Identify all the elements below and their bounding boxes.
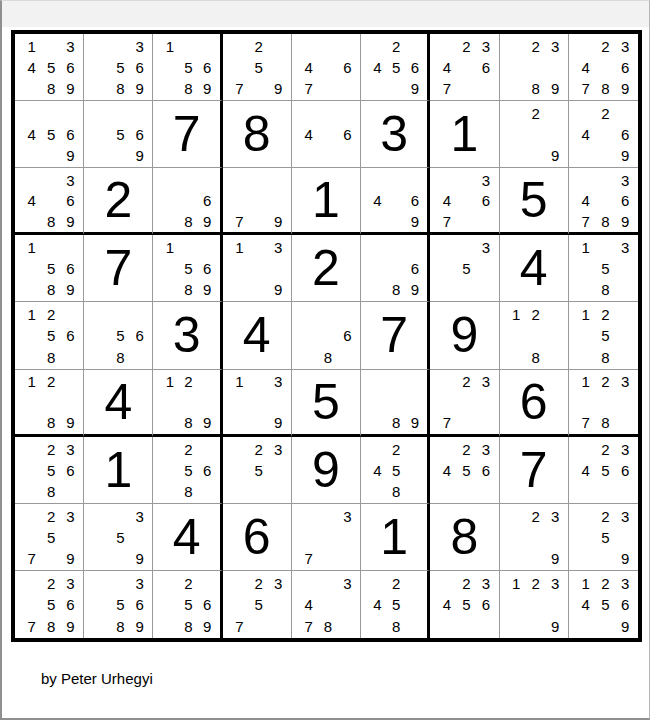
cell-r9c5[interactable]: 3478 bbox=[292, 571, 361, 638]
candidate-7 bbox=[437, 279, 456, 300]
candidate-8 bbox=[249, 412, 268, 432]
cell-r8c2[interactable]: 359 bbox=[84, 504, 153, 571]
candidate-9: 9 bbox=[406, 412, 425, 432]
candidate-5 bbox=[526, 57, 545, 78]
solved-digit: 3 bbox=[153, 302, 219, 368]
candidate-6 bbox=[268, 594, 287, 615]
cell-r7c1[interactable]: 23568 bbox=[15, 437, 84, 504]
candidate-7: 7 bbox=[437, 211, 456, 231]
candidate-5: 5 bbox=[457, 594, 476, 615]
solved-digit: 4 bbox=[500, 235, 568, 301]
candidate-3: 3 bbox=[61, 170, 80, 190]
candidate-6 bbox=[615, 258, 635, 279]
cell-r3c6[interactable]: 469 bbox=[361, 168, 430, 235]
candidate-1 bbox=[22, 506, 41, 527]
candidate-5: 5 bbox=[179, 460, 198, 481]
candidate-4: 4 bbox=[22, 57, 41, 78]
cell-r9c1[interactable]: 2356789 bbox=[15, 571, 84, 638]
candidate-4 bbox=[230, 258, 249, 279]
candidate-9 bbox=[476, 211, 495, 231]
cell-r9c8[interactable]: 1239 bbox=[500, 571, 569, 638]
candidate-8 bbox=[596, 145, 616, 166]
candidate-1 bbox=[91, 103, 110, 124]
solved-digit: 1 bbox=[292, 168, 360, 232]
cell-r8c9[interactable]: 2359 bbox=[569, 504, 638, 571]
candidate-1: 1 bbox=[576, 304, 596, 325]
cell-r4c3[interactable]: 15689 bbox=[153, 235, 222, 302]
candidate-2: 2 bbox=[457, 372, 476, 392]
candidate-2 bbox=[318, 304, 337, 325]
cell-r8c7[interactable]: 8 bbox=[430, 504, 499, 571]
candidate-1 bbox=[507, 103, 526, 124]
candidate-4 bbox=[299, 325, 318, 346]
candidate-9: 9 bbox=[198, 412, 217, 432]
cell-r6c8[interactable]: 6 bbox=[500, 370, 569, 437]
cell-r9c4[interactable]: 2357 bbox=[223, 571, 292, 638]
candidate-9 bbox=[268, 481, 287, 502]
candidate-5: 5 bbox=[41, 460, 60, 481]
candidate-1 bbox=[437, 573, 456, 594]
candidate-3 bbox=[61, 103, 80, 124]
candidate-7: 7 bbox=[22, 616, 41, 637]
candidate-2 bbox=[41, 237, 60, 258]
candidate-8 bbox=[249, 279, 268, 300]
candidate-9: 9 bbox=[130, 548, 149, 569]
candidate-1 bbox=[576, 439, 596, 460]
candidate-5 bbox=[249, 191, 268, 211]
candidate-3 bbox=[615, 103, 635, 124]
candidate-8 bbox=[318, 78, 337, 99]
candidate-1: 1 bbox=[22, 372, 41, 392]
candidate-8 bbox=[249, 481, 268, 502]
candidate-1 bbox=[230, 573, 249, 594]
cell-r1c5[interactable]: 467 bbox=[292, 34, 361, 101]
candidate-2 bbox=[318, 506, 337, 527]
candidate-1 bbox=[368, 439, 387, 460]
candidate-5 bbox=[318, 527, 337, 548]
candidate-1: 1 bbox=[160, 237, 179, 258]
candidate-7 bbox=[507, 548, 526, 569]
candidate-marks: 23456 bbox=[430, 437, 498, 503]
cell-r1c1[interactable]: 1345689 bbox=[15, 34, 84, 101]
candidate-marks: 46 bbox=[292, 101, 360, 167]
candidate-4: 4 bbox=[299, 57, 318, 78]
candidate-5: 5 bbox=[111, 57, 130, 78]
candidate-3 bbox=[406, 170, 425, 190]
candidate-6: 6 bbox=[198, 460, 217, 481]
cell-r2c6[interactable]: 3 bbox=[361, 101, 430, 168]
candidate-5 bbox=[526, 124, 545, 145]
candidate-1 bbox=[437, 170, 456, 190]
candidate-7 bbox=[368, 616, 387, 637]
candidate-8: 8 bbox=[41, 211, 60, 231]
candidate-9 bbox=[338, 145, 357, 166]
candidate-1: 1 bbox=[22, 304, 41, 325]
candidate-8: 8 bbox=[41, 412, 60, 432]
candidate-8: 8 bbox=[387, 481, 406, 502]
candidate-4 bbox=[160, 460, 179, 481]
candidate-8 bbox=[457, 211, 476, 231]
candidate-4 bbox=[230, 392, 249, 412]
cell-r2c7[interactable]: 1 bbox=[430, 101, 499, 168]
cell-r2c1[interactable]: 4569 bbox=[15, 101, 84, 168]
candidate-9: 9 bbox=[406, 211, 425, 231]
candidate-6 bbox=[476, 392, 495, 412]
candidate-4: 4 bbox=[576, 57, 596, 78]
candidate-5: 5 bbox=[249, 594, 268, 615]
top-bar bbox=[2, 1, 649, 27]
cell-r3c4[interactable]: 79 bbox=[223, 168, 292, 235]
candidate-7: 7 bbox=[299, 616, 318, 637]
candidate-9 bbox=[476, 481, 495, 502]
candidate-4 bbox=[22, 460, 41, 481]
candidate-marks: 15689 bbox=[153, 235, 219, 301]
candidate-1 bbox=[368, 237, 387, 258]
candidate-3: 3 bbox=[130, 573, 149, 594]
cell-r5c2[interactable]: 568 bbox=[84, 302, 153, 369]
candidate-7 bbox=[91, 548, 110, 569]
cell-r6c1[interactable]: 1289 bbox=[15, 370, 84, 437]
cell-r4c5[interactable]: 2 bbox=[292, 235, 361, 302]
candidate-6: 6 bbox=[615, 460, 635, 481]
cell-r5c8[interactable]: 128 bbox=[500, 302, 569, 369]
candidate-2 bbox=[111, 304, 130, 325]
candidate-3 bbox=[406, 36, 425, 57]
candidate-7 bbox=[160, 481, 179, 502]
cell-r3c1[interactable]: 34689 bbox=[15, 168, 84, 235]
candidate-2: 2 bbox=[249, 36, 268, 57]
candidate-2: 2 bbox=[249, 439, 268, 460]
candidate-1 bbox=[91, 36, 110, 57]
candidate-6: 6 bbox=[406, 191, 425, 211]
candidate-5 bbox=[526, 527, 545, 548]
candidate-2 bbox=[179, 237, 198, 258]
cell-r5c3[interactable]: 3 bbox=[153, 302, 222, 369]
cell-r9c9[interactable]: 1234569 bbox=[569, 571, 638, 638]
cell-r4c2[interactable]: 7 bbox=[84, 235, 153, 302]
candidate-3 bbox=[338, 36, 357, 57]
candidate-9 bbox=[338, 616, 357, 637]
candidate-2: 2 bbox=[526, 573, 545, 594]
candidate-4 bbox=[368, 392, 387, 412]
candidate-2 bbox=[387, 170, 406, 190]
candidate-2: 2 bbox=[179, 439, 198, 460]
candidate-7: 7 bbox=[230, 211, 249, 231]
cell-r6c3[interactable]: 1289 bbox=[153, 370, 222, 437]
candidate-4 bbox=[576, 392, 596, 412]
candidate-marks: 23579 bbox=[15, 504, 83, 570]
cell-r5c9[interactable]: 1258 bbox=[569, 302, 638, 369]
candidate-7 bbox=[368, 211, 387, 231]
cell-r3c7[interactable]: 3467 bbox=[430, 168, 499, 235]
candidate-2: 2 bbox=[596, 304, 616, 325]
candidate-2 bbox=[318, 36, 337, 57]
candidate-9: 9 bbox=[198, 616, 217, 637]
cell-r7c9[interactable]: 23456 bbox=[569, 437, 638, 504]
cell-r6c5[interactable]: 5 bbox=[292, 370, 361, 437]
candidate-5: 5 bbox=[41, 527, 60, 548]
cell-r7c4[interactable]: 235 bbox=[223, 437, 292, 504]
cell-r8c6[interactable]: 1 bbox=[361, 504, 430, 571]
cell-r8c4[interactable]: 6 bbox=[223, 504, 292, 571]
candidate-8 bbox=[596, 481, 616, 502]
candidate-8: 8 bbox=[596, 347, 616, 368]
solved-digit: 3 bbox=[361, 101, 427, 167]
cell-r4c6[interactable]: 689 bbox=[361, 235, 430, 302]
cell-r2c5[interactable]: 46 bbox=[292, 101, 361, 168]
candidate-marks: 2579 bbox=[223, 34, 291, 100]
candidate-6 bbox=[198, 392, 217, 412]
candidate-8: 8 bbox=[318, 616, 337, 637]
candidate-7: 7 bbox=[437, 78, 456, 99]
candidate-9 bbox=[198, 481, 217, 502]
cell-r4c7[interactable]: 35 bbox=[430, 235, 499, 302]
candidate-2 bbox=[596, 170, 616, 190]
cell-r4c8[interactable]: 4 bbox=[500, 235, 569, 302]
candidate-5 bbox=[526, 325, 545, 346]
candidate-8: 8 bbox=[526, 78, 545, 99]
candidate-3: 3 bbox=[476, 237, 495, 258]
candidate-3 bbox=[198, 237, 217, 258]
cell-r5c5[interactable]: 68 bbox=[292, 302, 361, 369]
candidate-9 bbox=[268, 616, 287, 637]
candidate-1 bbox=[368, 372, 387, 392]
candidate-7 bbox=[91, 347, 110, 368]
cell-r7c2[interactable]: 1 bbox=[84, 437, 153, 504]
cell-r3c8[interactable]: 5 bbox=[500, 168, 569, 235]
candidate-4 bbox=[22, 325, 41, 346]
candidate-9: 9 bbox=[268, 412, 287, 432]
candidate-8 bbox=[249, 211, 268, 231]
candidate-8: 8 bbox=[111, 78, 130, 99]
candidate-3 bbox=[615, 304, 635, 325]
candidate-8 bbox=[457, 279, 476, 300]
candidate-4 bbox=[437, 392, 456, 412]
candidate-3: 3 bbox=[61, 573, 80, 594]
solved-digit: 2 bbox=[292, 235, 360, 301]
candidate-5 bbox=[179, 392, 198, 412]
candidate-6: 6 bbox=[615, 191, 635, 211]
cell-r2c8[interactable]: 29 bbox=[500, 101, 569, 168]
candidate-7 bbox=[576, 347, 596, 368]
candidate-6: 6 bbox=[476, 57, 495, 78]
candidate-marks: 2346789 bbox=[569, 34, 638, 100]
candidate-4 bbox=[160, 57, 179, 78]
solved-digit: 6 bbox=[223, 504, 291, 570]
candidate-4: 4 bbox=[576, 124, 596, 145]
candidate-9: 9 bbox=[545, 145, 564, 166]
cell-r6c4[interactable]: 139 bbox=[223, 370, 292, 437]
solved-digit: 7 bbox=[361, 302, 427, 368]
cell-r1c6[interactable]: 24569 bbox=[361, 34, 430, 101]
candidate-5 bbox=[387, 258, 406, 279]
candidate-1: 1 bbox=[230, 372, 249, 392]
cell-r1c3[interactable]: 15689 bbox=[153, 34, 222, 101]
candidate-marks: 1345689 bbox=[15, 34, 83, 100]
cell-r4c1[interactable]: 15689 bbox=[15, 235, 84, 302]
candidate-marks: 139 bbox=[223, 235, 291, 301]
cell-r9c3[interactable]: 25689 bbox=[153, 571, 222, 638]
candidate-1 bbox=[507, 506, 526, 527]
cell-r7c6[interactable]: 2458 bbox=[361, 437, 430, 504]
candidate-9: 9 bbox=[268, 78, 287, 99]
cell-r7c5[interactable]: 9 bbox=[292, 437, 361, 504]
candidate-5: 5 bbox=[41, 594, 60, 615]
candidate-marks: 569 bbox=[84, 101, 152, 167]
candidate-4 bbox=[22, 527, 41, 548]
cell-r7c8[interactable]: 7 bbox=[500, 437, 569, 504]
cell-r5c1[interactable]: 12568 bbox=[15, 302, 84, 369]
candidate-9 bbox=[476, 616, 495, 637]
cell-r2c2[interactable]: 569 bbox=[84, 101, 153, 168]
candidate-3: 3 bbox=[268, 237, 287, 258]
candidate-7 bbox=[368, 481, 387, 502]
cell-r5c7[interactable]: 9 bbox=[430, 302, 499, 369]
candidate-4 bbox=[160, 258, 179, 279]
candidate-marks: 2357 bbox=[223, 571, 291, 638]
candidate-4: 4 bbox=[368, 57, 387, 78]
candidate-3: 3 bbox=[615, 372, 635, 392]
cell-r3c3[interactable]: 689 bbox=[153, 168, 222, 235]
candidate-9 bbox=[338, 78, 357, 99]
candidate-6 bbox=[545, 124, 564, 145]
candidate-9: 9 bbox=[61, 412, 80, 432]
candidate-1 bbox=[576, 36, 596, 57]
cell-r3c2[interactable]: 2 bbox=[84, 168, 153, 235]
candidate-3: 3 bbox=[615, 170, 635, 190]
candidate-4 bbox=[299, 527, 318, 548]
solved-digit: 5 bbox=[292, 370, 360, 434]
cell-r2c3[interactable]: 7 bbox=[153, 101, 222, 168]
candidate-9: 9 bbox=[130, 78, 149, 99]
candidate-7 bbox=[299, 347, 318, 368]
candidate-2 bbox=[111, 103, 130, 124]
cell-r1c2[interactable]: 35689 bbox=[84, 34, 153, 101]
cell-r3c5[interactable]: 1 bbox=[292, 168, 361, 235]
solved-digit: 1 bbox=[84, 437, 152, 503]
cell-r4c4[interactable]: 139 bbox=[223, 235, 292, 302]
candidate-8: 8 bbox=[596, 78, 616, 99]
cell-r8c5[interactable]: 37 bbox=[292, 504, 361, 571]
candidate-5: 5 bbox=[387, 460, 406, 481]
cell-r3c9[interactable]: 346789 bbox=[569, 168, 638, 235]
candidate-8: 8 bbox=[179, 279, 198, 300]
cell-r8c8[interactable]: 239 bbox=[500, 504, 569, 571]
candidate-2: 2 bbox=[387, 573, 406, 594]
candidate-5: 5 bbox=[111, 325, 130, 346]
candidate-marks: 23456 bbox=[569, 437, 638, 503]
candidate-3 bbox=[198, 36, 217, 57]
cell-r7c7[interactable]: 23456 bbox=[430, 437, 499, 504]
cell-r6c7[interactable]: 237 bbox=[430, 370, 499, 437]
solved-digit: 7 bbox=[500, 437, 568, 503]
cell-r6c2[interactable]: 4 bbox=[84, 370, 153, 437]
candidate-6: 6 bbox=[61, 594, 80, 615]
candidate-2: 2 bbox=[596, 439, 616, 460]
cell-r1c4[interactable]: 2579 bbox=[223, 34, 292, 101]
candidate-4: 4 bbox=[299, 594, 318, 615]
candidate-1 bbox=[299, 36, 318, 57]
candidate-2: 2 bbox=[41, 439, 60, 460]
cell-r6c6[interactable]: 89 bbox=[361, 370, 430, 437]
candidate-marks: 1234569 bbox=[569, 571, 638, 638]
candidate-6: 6 bbox=[130, 594, 149, 615]
candidate-6 bbox=[406, 594, 425, 615]
candidate-6 bbox=[61, 392, 80, 412]
cell-r2c4[interactable]: 8 bbox=[223, 101, 292, 168]
candidate-2: 2 bbox=[596, 103, 616, 124]
candidate-marks: 2359 bbox=[569, 504, 638, 570]
candidate-1 bbox=[299, 304, 318, 325]
candidate-7 bbox=[576, 481, 596, 502]
candidate-7 bbox=[22, 347, 41, 368]
candidate-9: 9 bbox=[130, 145, 149, 166]
candidate-7: 7 bbox=[230, 78, 249, 99]
candidate-8 bbox=[526, 548, 545, 569]
candidate-2: 2 bbox=[596, 372, 616, 392]
candidate-5: 5 bbox=[111, 527, 130, 548]
candidate-1 bbox=[22, 170, 41, 190]
candidate-1 bbox=[299, 506, 318, 527]
cell-r9c6[interactable]: 2458 bbox=[361, 571, 430, 638]
candidate-marks: 2469 bbox=[569, 101, 638, 167]
cell-r1c8[interactable]: 2389 bbox=[500, 34, 569, 101]
candidate-3: 3 bbox=[268, 573, 287, 594]
candidate-4: 4 bbox=[437, 594, 456, 615]
candidate-2: 2 bbox=[596, 573, 616, 594]
cell-r5c6[interactable]: 7 bbox=[361, 302, 430, 369]
candidate-6: 6 bbox=[406, 57, 425, 78]
candidate-3 bbox=[198, 439, 217, 460]
candidate-4 bbox=[91, 124, 110, 145]
candidate-3 bbox=[545, 304, 564, 325]
candidate-9: 9 bbox=[545, 78, 564, 99]
cell-r1c9[interactable]: 2346789 bbox=[569, 34, 638, 101]
cell-r9c7[interactable]: 23456 bbox=[430, 571, 499, 638]
candidate-5: 5 bbox=[41, 124, 60, 145]
candidate-8 bbox=[526, 145, 545, 166]
cell-r9c2[interactable]: 35689 bbox=[84, 571, 153, 638]
sudoku-window: 1345689356891568925794672456923467238923… bbox=[0, 0, 650, 720]
candidate-marks: 35689 bbox=[84, 34, 152, 100]
cell-r2c9[interactable]: 2469 bbox=[569, 101, 638, 168]
cell-r8c3[interactable]: 4 bbox=[153, 504, 222, 571]
candidate-7 bbox=[22, 211, 41, 231]
candidate-6 bbox=[61, 527, 80, 548]
candidate-3: 3 bbox=[476, 170, 495, 190]
cell-r7c3[interactable]: 2568 bbox=[153, 437, 222, 504]
cell-r8c1[interactable]: 23579 bbox=[15, 504, 84, 571]
candidate-8: 8 bbox=[111, 616, 130, 637]
candidate-2 bbox=[457, 237, 476, 258]
candidate-4: 4 bbox=[437, 191, 456, 211]
cell-r5c4[interactable]: 4 bbox=[223, 302, 292, 369]
candidate-5: 5 bbox=[387, 594, 406, 615]
candidate-6 bbox=[268, 57, 287, 78]
candidate-7 bbox=[22, 78, 41, 99]
cell-r6c9[interactable]: 12378 bbox=[569, 370, 638, 437]
cell-r4c9[interactable]: 1358 bbox=[569, 235, 638, 302]
cell-r1c7[interactable]: 23467 bbox=[430, 34, 499, 101]
candidate-2 bbox=[111, 36, 130, 57]
candidate-2 bbox=[179, 170, 198, 190]
candidate-6: 6 bbox=[338, 325, 357, 346]
candidate-1 bbox=[437, 237, 456, 258]
candidate-7 bbox=[368, 78, 387, 99]
candidate-5: 5 bbox=[179, 258, 198, 279]
candidate-5: 5 bbox=[111, 594, 130, 615]
candidate-2: 2 bbox=[179, 573, 198, 594]
